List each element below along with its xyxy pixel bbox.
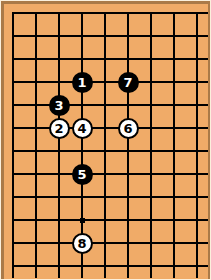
board-intersection [2,186,25,209]
board-intersection [186,117,209,140]
board-intersection [163,209,186,232]
board-intersection [71,140,94,163]
board-intersection [94,25,117,48]
star-point [80,218,85,223]
board-intersection [186,255,209,278]
board-intersection [163,255,186,278]
move-number: 4 [77,122,86,135]
board-intersection [186,25,209,48]
board-intersection [94,163,117,186]
board-intersection [140,209,163,232]
board-intersection [2,209,25,232]
board-intersection [94,232,117,255]
board-intersection [186,186,209,209]
board-intersection [117,2,140,25]
board-intersection [117,209,140,232]
board-intersection [71,94,94,117]
board-intersection [94,2,117,25]
board-intersection [71,255,94,278]
board-intersection [25,255,48,278]
board-intersection [94,140,117,163]
board-intersection [163,232,186,255]
board-intersection [2,71,25,94]
stone-white-6: 6 [118,118,139,139]
stone-white-8: 8 [72,233,93,254]
board-intersection [186,140,209,163]
board-intersection [163,48,186,71]
board-intersection [163,163,186,186]
board-intersection [25,71,48,94]
board-intersection [25,48,48,71]
board-intersection [140,140,163,163]
board-intersection [48,209,71,232]
board-intersection [163,117,186,140]
board-intersection [48,140,71,163]
board-intersection [2,94,25,117]
board-intersection [163,71,186,94]
board-intersection [117,140,140,163]
board-intersection [48,2,71,25]
board-intersection [25,2,48,25]
board-intersection [140,117,163,140]
board-intersection [186,48,209,71]
board-intersection [48,232,71,255]
board-intersection [186,94,209,117]
board-intersection [117,94,140,117]
board-intersection [140,186,163,209]
board-intersection [140,255,163,278]
board-intersection [140,94,163,117]
board-intersection [140,232,163,255]
board-intersection [163,186,186,209]
board-intersection [25,232,48,255]
move-number: 7 [123,76,132,89]
board-intersection [186,2,209,25]
board-intersection [186,209,209,232]
move-number: 6 [123,122,132,135]
board-intersection [25,94,48,117]
board-intersection [48,71,71,94]
board-intersection [94,117,117,140]
board-intersection [2,25,25,48]
move-number: 5 [77,168,86,181]
board-intersection [163,25,186,48]
board-intersection [71,48,94,71]
board-intersection [48,255,71,278]
board-intersection [2,163,25,186]
board-intersection [94,209,117,232]
board-intersection [2,232,25,255]
board-intersection [140,163,163,186]
move-number: 8 [77,237,86,250]
stone-black-5: 5 [72,164,93,185]
board-grid [2,2,209,278]
go-diagram: 12345678 [0,0,211,280]
board-intersection [140,2,163,25]
board-intersection [186,163,209,186]
board-intersection [94,71,117,94]
board-intersection [117,48,140,71]
board-intersection [94,186,117,209]
board-intersection [117,25,140,48]
stone-black-7: 7 [118,72,139,93]
board-intersection [2,2,25,25]
board-intersection [117,186,140,209]
board-intersection [71,2,94,25]
stone-white-4: 4 [72,118,93,139]
board-intersection [186,71,209,94]
board-intersection [163,140,186,163]
board-intersection [140,48,163,71]
board-intersection [94,94,117,117]
board-intersection [48,163,71,186]
board-intersection [25,209,48,232]
board-intersection [25,163,48,186]
board-intersection [25,117,48,140]
move-number: 2 [54,122,63,135]
board-intersection [94,48,117,71]
board-intersection [25,25,48,48]
board-intersection [163,94,186,117]
board-intersection [2,48,25,71]
go-board: 12345678 [1,1,210,279]
board-intersection [163,2,186,25]
board-intersection [94,255,117,278]
move-number: 1 [77,76,86,89]
board-intersection [71,25,94,48]
board-intersection [117,255,140,278]
board-intersection [186,232,209,255]
board-intersection [117,163,140,186]
board-intersection [2,117,25,140]
board-intersection [140,25,163,48]
board-intersection [25,186,48,209]
board-intersection [2,140,25,163]
board-intersection [71,186,94,209]
board-intersection [25,140,48,163]
board-intersection [48,48,71,71]
board-intersection [140,71,163,94]
board-intersection [48,25,71,48]
stone-black-3: 3 [49,95,70,116]
move-number: 3 [54,99,63,112]
stone-white-2: 2 [49,118,70,139]
board-intersection [117,232,140,255]
board-intersection [2,255,25,278]
board-intersection [48,186,71,209]
stone-black-1: 1 [72,72,93,93]
